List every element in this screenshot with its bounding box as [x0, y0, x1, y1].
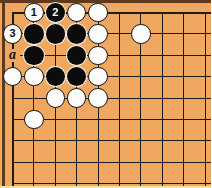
grid-line-horizontal: [12, 140, 212, 141]
black-stone: [24, 46, 44, 66]
white-stone: [3, 67, 23, 87]
white-stone: [88, 3, 108, 23]
grid-line-horizontal: [12, 98, 212, 99]
white-stone: [131, 24, 151, 44]
white-stone: 1: [24, 3, 44, 23]
white-stone: [88, 88, 108, 108]
white-stone: [67, 88, 87, 108]
grid-line-vertical: [119, 12, 120, 187]
point-label-a: a: [6, 49, 20, 62]
grid-line-vertical: [162, 12, 163, 187]
white-stone: [88, 67, 108, 87]
black-stone: [46, 24, 66, 44]
white-stone: [46, 88, 66, 108]
black-stone: [67, 67, 87, 87]
bottom-page-strip: [0, 186, 211, 188]
grid-line-horizontal: [12, 183, 212, 184]
move-number-label: 3: [9, 28, 15, 39]
grid-line-horizontal: [12, 162, 212, 163]
black-stone: [24, 24, 44, 44]
move-number-label: 1: [31, 7, 37, 18]
white-stone: [24, 110, 44, 130]
black-stone: [46, 67, 66, 87]
white-stone: [24, 67, 44, 87]
white-stone: [88, 46, 108, 66]
black-stone: [67, 24, 87, 44]
black-stone: [67, 46, 87, 66]
grid-line-vertical: [183, 12, 184, 187]
go-board: a123: [0, 0, 211, 188]
move-number-label: 2: [52, 7, 58, 18]
white-stone: 3: [3, 24, 23, 44]
white-stone: [67, 3, 87, 23]
white-stone: [88, 24, 108, 44]
black-stone: 2: [46, 3, 66, 23]
grid-line-vertical: [205, 12, 206, 187]
